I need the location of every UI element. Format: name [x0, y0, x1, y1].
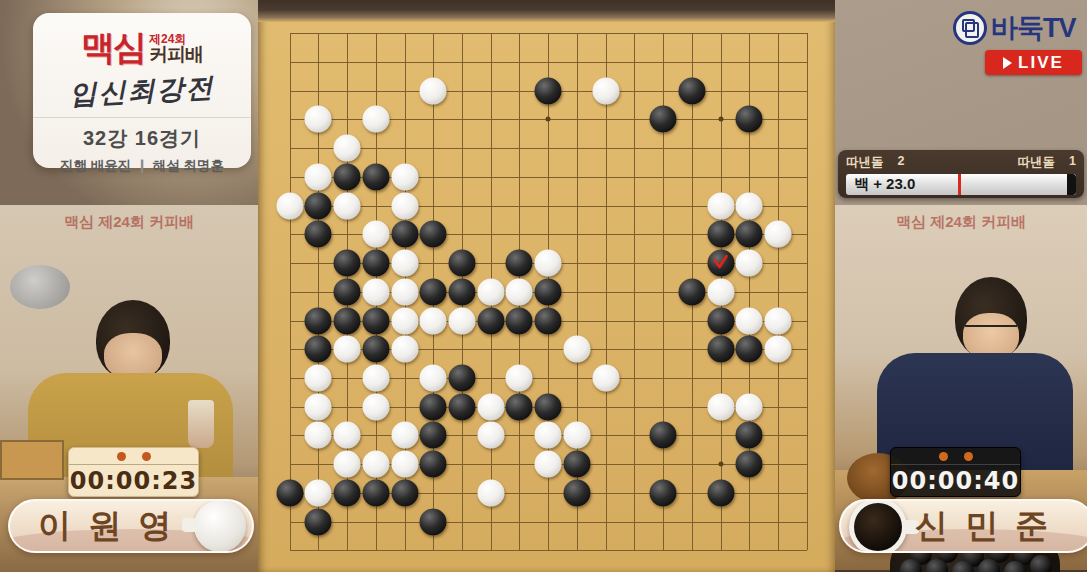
black-stone	[362, 336, 389, 363]
black-stone	[420, 508, 447, 535]
white-stone	[362, 393, 389, 420]
evaluation-marker	[958, 174, 961, 195]
white-stone	[535, 250, 562, 277]
white-stone	[592, 364, 619, 391]
white-stone	[334, 192, 361, 219]
white-stone	[362, 221, 389, 248]
tournament-card: 맥심 제24회 커피배 입신최강전 32강 16경기 진행 배윤진❙해설 최명훈	[33, 13, 251, 168]
grid-line	[807, 33, 808, 550]
black-stone	[362, 163, 389, 190]
black-stone	[449, 250, 476, 277]
side-board-prop	[0, 440, 64, 480]
black-stone	[736, 106, 763, 133]
white-stone	[305, 393, 332, 420]
black-stone	[305, 221, 332, 248]
right-player-panel: 바둑TV LIVE 따낸돌 2 따낸돌 1 백 + 23.0	[835, 0, 1087, 572]
black-stone	[305, 307, 332, 334]
white-stone	[477, 422, 504, 449]
maxim-logo: 맥심 제24회 커피배	[33, 25, 251, 71]
black-stone	[535, 393, 562, 420]
black-stone	[535, 307, 562, 334]
black-stone	[506, 250, 533, 277]
name-plate-right: 신 민 준	[839, 499, 1087, 553]
black-stone	[362, 479, 389, 506]
white-stone	[391, 250, 418, 277]
white-stone	[305, 364, 332, 391]
edition-label: 제24회	[149, 33, 186, 45]
black-stone	[707, 336, 734, 363]
black-stone	[736, 336, 763, 363]
broadcast-frame: 맥심 제24회 커피배 입신최강전 32강 16경기 진행 배윤진❙해설 최명훈…	[0, 0, 1087, 572]
byoyomi-dot	[117, 452, 126, 461]
white-stone	[449, 307, 476, 334]
star-point	[718, 462, 723, 467]
clock-time-left: 00:00:23	[69, 465, 198, 497]
cup-handle	[182, 518, 198, 532]
clock-time-right: 00:00:40	[891, 465, 1020, 497]
white-stone	[334, 135, 361, 162]
live-play-icon	[1003, 57, 1012, 69]
byoyomi-clock-right: 00:00:40	[890, 447, 1021, 497]
white-stone	[305, 422, 332, 449]
byoyomi-dot	[939, 452, 948, 461]
black-stone	[449, 393, 476, 420]
player-name-left: 이 원 영	[38, 501, 175, 551]
white-stone	[420, 77, 447, 104]
grid-line	[290, 522, 807, 523]
name-plate-left: 이 원 영	[8, 499, 254, 553]
white-stone	[362, 278, 389, 305]
black-stone	[678, 77, 705, 104]
black-stone	[362, 307, 389, 334]
left-player-panel: 맥심 제24회 커피배 입신최강전 32강 16경기 진행 배윤진❙해설 최명훈…	[0, 0, 258, 572]
black-stone	[420, 221, 447, 248]
star-point	[718, 117, 723, 122]
white-stone	[334, 451, 361, 478]
white-stone	[592, 77, 619, 104]
live-badge: LIVE	[985, 50, 1082, 75]
black-stone	[535, 77, 562, 104]
captures-right-count: 1	[1069, 154, 1076, 171]
black-stone	[736, 451, 763, 478]
black-stone	[506, 307, 533, 334]
black-stone	[420, 451, 447, 478]
black-stone	[334, 250, 361, 277]
byoyomi-dots-left	[69, 448, 198, 465]
black-stone	[305, 336, 332, 363]
white-stone	[334, 422, 361, 449]
black-stone	[506, 393, 533, 420]
kettle-prop	[10, 265, 70, 309]
black-stone	[449, 278, 476, 305]
star-point	[546, 117, 551, 122]
white-stone	[707, 278, 734, 305]
coffee-fill	[854, 503, 902, 551]
black-stone	[650, 106, 677, 133]
staff-line: 진행 배윤진❙해설 최명훈	[33, 157, 251, 175]
byoyomi-dot	[142, 452, 151, 461]
black-stone	[707, 479, 734, 506]
baduktv-emblem-icon	[953, 11, 987, 45]
black-stone	[420, 422, 447, 449]
black-stone	[650, 479, 677, 506]
white-stone	[764, 307, 791, 334]
white-stone	[305, 163, 332, 190]
white-stone	[506, 278, 533, 305]
drink-prop	[188, 400, 214, 448]
white-stone	[563, 422, 590, 449]
black-stone	[334, 278, 361, 305]
glasses-icon	[965, 325, 1017, 337]
black-stone	[707, 250, 734, 277]
grid-line	[634, 33, 635, 550]
white-stone	[391, 163, 418, 190]
board-grid	[258, 0, 835, 572]
white-stone	[764, 336, 791, 363]
white-stone	[764, 221, 791, 248]
white-stone	[736, 192, 763, 219]
black-stone	[535, 278, 562, 305]
grid-line	[290, 550, 807, 551]
white-stone-cup-icon	[194, 500, 246, 552]
evaluation-bar: 백 + 23.0	[846, 174, 1076, 195]
captures-right-label: 따낸돌	[1018, 154, 1056, 171]
black-stone	[420, 393, 447, 420]
black-stone	[477, 307, 504, 334]
white-stone	[707, 192, 734, 219]
last-move-marker	[711, 253, 731, 271]
black-stone	[391, 221, 418, 248]
black-stone	[563, 479, 590, 506]
live-label: LIVE	[1018, 53, 1064, 73]
staff-separator: ❙	[131, 158, 152, 173]
black-stone	[391, 479, 418, 506]
evaluation-black-segment	[1067, 174, 1076, 195]
white-stone	[334, 336, 361, 363]
black-stone	[334, 307, 361, 334]
black-stone	[420, 278, 447, 305]
white-stone	[736, 250, 763, 277]
white-stone	[391, 451, 418, 478]
round-label: 32강 16경기	[33, 125, 251, 152]
black-stone	[563, 451, 590, 478]
black-stone	[736, 422, 763, 449]
white-stone	[563, 336, 590, 363]
score-panel: 따낸돌 2 따낸돌 1 백 + 23.0	[838, 150, 1084, 198]
white-stone	[506, 364, 533, 391]
black-stone	[334, 479, 361, 506]
wall-logo-right: 맥심 제24회 커피배	[835, 213, 1087, 232]
staff-host: 진행 배윤진	[60, 158, 131, 173]
wall-logo-left: 맥심 제24회 커피배	[0, 213, 258, 232]
white-stone	[391, 336, 418, 363]
grid-line	[606, 33, 607, 550]
white-stone	[391, 307, 418, 334]
black-stone	[305, 192, 332, 219]
white-stone	[535, 422, 562, 449]
card-divider	[33, 117, 251, 118]
byoyomi-clock-left: 00:00:23	[68, 447, 199, 497]
staff-commentator: 해설 최명훈	[153, 158, 224, 173]
white-stone	[362, 106, 389, 133]
baduktv-logo: 바둑TV	[953, 10, 1076, 46]
black-stone	[736, 221, 763, 248]
captures-row: 따낸돌 2 따낸돌 1	[846, 155, 1076, 170]
black-stone	[334, 163, 361, 190]
grid-line	[778, 33, 779, 550]
white-stone	[305, 106, 332, 133]
maxim-brand: 맥심	[81, 25, 145, 71]
cup-label: 커피배	[149, 45, 203, 64]
black-stone	[449, 364, 476, 391]
black-stone	[305, 508, 332, 535]
white-stone	[707, 393, 734, 420]
white-stone	[391, 278, 418, 305]
white-stone	[736, 307, 763, 334]
captures-left-label: 따낸돌	[846, 154, 884, 171]
black-stone	[362, 250, 389, 277]
black-stone-cup-icon	[849, 499, 907, 553]
white-stone	[305, 479, 332, 506]
white-stone	[362, 364, 389, 391]
go-board	[258, 0, 835, 572]
baduktv-wordmark: 바둑TV	[991, 10, 1076, 46]
black-stone	[650, 422, 677, 449]
byoyomi-dot	[964, 452, 973, 461]
calligraphy-title: 입신최강전	[32, 67, 252, 114]
white-stone	[736, 393, 763, 420]
white-stone	[420, 307, 447, 334]
bowl-stone	[1030, 555, 1052, 572]
evaluation-text: 백 + 23.0	[854, 174, 915, 195]
captures-left-count: 2	[898, 154, 905, 171]
black-stone	[707, 307, 734, 334]
white-stone	[535, 451, 562, 478]
player-name-right: 신 민 준	[915, 501, 1052, 551]
byoyomi-dots-right	[891, 448, 1020, 465]
white-stone	[420, 364, 447, 391]
black-stone	[678, 278, 705, 305]
black-stone	[707, 221, 734, 248]
white-stone	[276, 192, 303, 219]
white-stone	[391, 192, 418, 219]
white-stone	[391, 422, 418, 449]
white-stone	[477, 479, 504, 506]
black-stone	[276, 479, 303, 506]
white-stone	[477, 278, 504, 305]
white-stone	[362, 451, 389, 478]
white-stone	[477, 393, 504, 420]
